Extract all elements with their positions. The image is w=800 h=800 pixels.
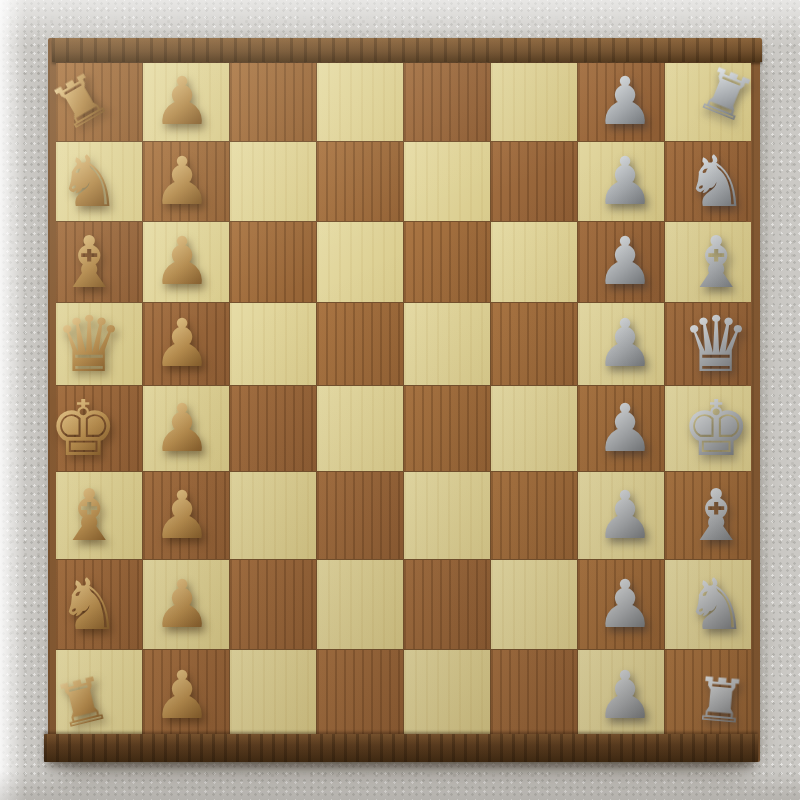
square-c5 xyxy=(404,222,490,302)
square-a5 xyxy=(404,63,490,141)
square-g6 xyxy=(491,560,577,649)
square-a2: ♟ xyxy=(143,63,229,141)
bottom-shade xyxy=(0,770,800,800)
square-d4 xyxy=(317,303,403,385)
square-g5 xyxy=(404,560,490,649)
square-g3 xyxy=(230,560,316,649)
black-king-piece: ♚ xyxy=(681,390,750,467)
square-d2: ♟ xyxy=(143,303,229,385)
white-queen-piece: ♛ xyxy=(54,306,123,383)
square-e4 xyxy=(317,386,403,471)
square-a7: ♟ xyxy=(578,63,664,141)
square-b4 xyxy=(317,142,403,221)
square-a4 xyxy=(317,63,403,141)
square-g8: ♞ xyxy=(665,560,751,649)
black-pawn-piece: ♟ xyxy=(595,69,654,135)
square-h3 xyxy=(230,650,316,742)
square-g1: ♞ xyxy=(56,560,142,649)
square-b2: ♟ xyxy=(143,142,229,221)
square-h1: ♜ xyxy=(56,650,142,742)
square-a1: ♜ xyxy=(56,63,142,141)
square-e3 xyxy=(230,386,316,471)
white-knight-piece: ♞ xyxy=(57,146,121,217)
square-h5 xyxy=(404,650,490,742)
left-light-band xyxy=(0,0,26,800)
black-pawn-piece: ♟ xyxy=(595,396,654,462)
white-pawn-piece: ♟ xyxy=(152,69,211,135)
white-pawn-piece: ♟ xyxy=(152,663,211,729)
square-g4 xyxy=(317,560,403,649)
white-king-piece: ♚ xyxy=(48,390,117,467)
square-d3 xyxy=(230,303,316,385)
white-rook-piece: ♜ xyxy=(49,667,116,738)
square-f5 xyxy=(404,472,490,559)
square-e5 xyxy=(404,386,490,471)
square-f2: ♟ xyxy=(143,472,229,559)
square-d7: ♟ xyxy=(578,303,664,385)
white-pawn-piece: ♟ xyxy=(152,229,211,295)
board-frame: ♜♟♟♜♞♟♟♞♝♟♟♝♛♟♟♛♚♟♟♚♝♟♟♝♞♟♟♞♜♟♟♜ xyxy=(48,38,760,762)
bottom-rail xyxy=(44,734,758,762)
square-c4 xyxy=(317,222,403,302)
white-pawn-piece: ♟ xyxy=(152,483,211,549)
black-knight-piece: ♞ xyxy=(684,569,748,640)
square-d6 xyxy=(491,303,577,385)
square-c1: ♝ xyxy=(56,222,142,302)
square-b3 xyxy=(230,142,316,221)
square-f1: ♝ xyxy=(56,472,142,559)
square-b1: ♞ xyxy=(56,142,142,221)
square-b7: ♟ xyxy=(578,142,664,221)
white-pawn-piece: ♟ xyxy=(152,311,211,377)
square-c2: ♟ xyxy=(143,222,229,302)
square-f6 xyxy=(491,472,577,559)
square-a8: ♜ xyxy=(665,63,751,141)
square-f8: ♝ xyxy=(665,472,751,559)
square-b8: ♞ xyxy=(665,142,751,221)
square-h4 xyxy=(317,650,403,742)
square-h2: ♟ xyxy=(143,650,229,742)
square-c7: ♟ xyxy=(578,222,664,302)
white-pawn-piece: ♟ xyxy=(152,572,211,638)
black-rook-piece: ♜ xyxy=(690,56,762,132)
black-bishop-piece: ♝ xyxy=(684,227,748,298)
square-d1: ♛ xyxy=(56,303,142,385)
square-f7: ♟ xyxy=(578,472,664,559)
square-e6 xyxy=(491,386,577,471)
black-pawn-piece: ♟ xyxy=(595,311,654,377)
top-rail xyxy=(52,38,762,62)
square-e2: ♟ xyxy=(143,386,229,471)
black-pawn-piece: ♟ xyxy=(595,229,654,295)
white-pawn-piece: ♟ xyxy=(152,396,211,462)
black-pawn-piece: ♟ xyxy=(595,663,654,729)
black-queen-piece: ♛ xyxy=(681,306,750,383)
black-pawn-piece: ♟ xyxy=(595,483,654,549)
black-pawn-piece: ♟ xyxy=(595,572,654,638)
square-h6 xyxy=(491,650,577,742)
square-g7: ♟ xyxy=(578,560,664,649)
square-e1: ♚ xyxy=(56,386,142,471)
white-knight-piece: ♞ xyxy=(57,569,121,640)
black-pawn-piece: ♟ xyxy=(595,149,654,215)
black-bishop-piece: ♝ xyxy=(684,480,748,551)
black-rook-piece: ♜ xyxy=(691,668,750,732)
square-c8: ♝ xyxy=(665,222,751,302)
white-rook-piece: ♜ xyxy=(42,62,119,141)
square-d8: ♛ xyxy=(665,303,751,385)
square-h8: ♜ xyxy=(665,650,751,742)
square-b6 xyxy=(491,142,577,221)
black-knight-piece: ♞ xyxy=(684,146,748,217)
white-pawn-piece: ♟ xyxy=(152,149,211,215)
square-d5 xyxy=(404,303,490,385)
square-h7: ♟ xyxy=(578,650,664,742)
square-a3 xyxy=(230,63,316,141)
square-a6 xyxy=(491,63,577,141)
white-bishop-piece: ♝ xyxy=(57,480,121,551)
square-e8: ♚ xyxy=(665,386,751,471)
square-c3 xyxy=(230,222,316,302)
square-f3 xyxy=(230,472,316,559)
square-c6 xyxy=(491,222,577,302)
square-e7: ♟ xyxy=(578,386,664,471)
chess-board: ♜♟♟♜♞♟♟♞♝♟♟♝♛♟♟♛♚♟♟♚♝♟♟♝♞♟♟♞♜♟♟♜ xyxy=(56,63,744,735)
white-bishop-piece: ♝ xyxy=(57,227,121,298)
square-g2: ♟ xyxy=(143,560,229,649)
square-b5 xyxy=(404,142,490,221)
square-f4 xyxy=(317,472,403,559)
